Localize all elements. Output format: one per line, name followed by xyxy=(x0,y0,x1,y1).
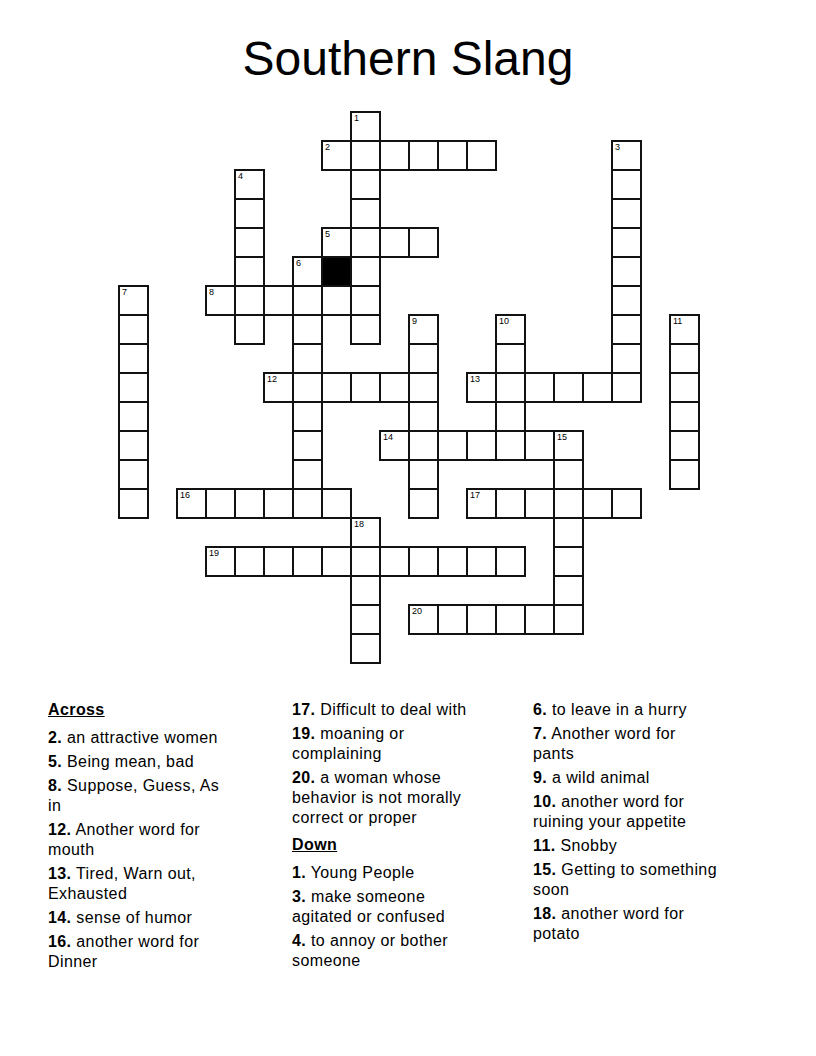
grid-cell-r6c3[interactable]: 8 xyxy=(205,285,236,316)
cell-number-18: 18 xyxy=(354,519,364,530)
grid-cell-r9c13[interactable] xyxy=(495,372,526,403)
cell-number-10: 10 xyxy=(499,316,509,327)
cell-number-9: 9 xyxy=(412,316,417,327)
clue-text: Tired, Warn out, Exhausted xyxy=(48,865,196,902)
clue-number-label: 13. xyxy=(48,865,71,882)
clue-number-label: 17. xyxy=(292,701,315,718)
grid-cell-r10c0[interactable] xyxy=(118,401,149,432)
clue-number-label: 6. xyxy=(533,701,547,718)
grid-cell-r17c11[interactable] xyxy=(437,604,468,635)
clue-number-label: 3. xyxy=(292,888,306,905)
grid-cell-r0c8[interactable]: 1 xyxy=(350,111,381,142)
grid-cell-r7c8[interactable] xyxy=(350,314,381,345)
grid-cell-r7c0[interactable] xyxy=(118,314,149,345)
grid-cell-r15c3[interactable]: 19 xyxy=(205,546,236,577)
clue-text: another word for Dinner xyxy=(48,933,199,970)
grid-cell-r18c8[interactable] xyxy=(350,633,381,664)
grid-cell-r11c9[interactable]: 14 xyxy=(379,430,410,461)
grid-cell-r13c6[interactable] xyxy=(292,488,323,519)
clue-text: another word for potato xyxy=(533,905,684,942)
grid-cell-r1c12[interactable] xyxy=(466,140,497,171)
clue-down-10: 10. another word for ruining your appeti… xyxy=(533,792,791,832)
clue-text: another word for ruining your appetite xyxy=(533,793,686,830)
clue-across-16: 16. another word for Dinner xyxy=(48,932,284,972)
grid-cell-r11c11[interactable] xyxy=(437,430,468,461)
grid-cell-r4c4[interactable] xyxy=(234,227,265,258)
grid-cell-r11c12[interactable] xyxy=(466,430,497,461)
grid-cell-r7c4[interactable] xyxy=(234,314,265,345)
clue-down-11: 11. Snobby xyxy=(533,836,791,856)
clue-text: Snobby xyxy=(560,837,617,854)
grid-cell-r9c16[interactable] xyxy=(582,372,613,403)
grid-cell-r16c8[interactable] xyxy=(350,575,381,606)
grid-cell-r4c7[interactable]: 5 xyxy=(321,227,352,258)
cell-number-19: 19 xyxy=(209,548,219,559)
clue-down-1: 1. Young People xyxy=(292,863,528,883)
clue-column-middle: 17. Difficult to deal with19. moaning or… xyxy=(292,700,528,975)
grid-cell-r14c8[interactable]: 18 xyxy=(350,517,381,548)
grid-cell-r9c0[interactable] xyxy=(118,372,149,403)
grid-cell-r17c13[interactable] xyxy=(495,604,526,635)
grid-cell-r8c17[interactable] xyxy=(611,343,642,374)
grid-cell-r7c6[interactable] xyxy=(292,314,323,345)
grid-cell-r15c12[interactable] xyxy=(466,546,497,577)
clue-text: to annoy or bother someone xyxy=(292,932,448,969)
grid-cell-r11c6[interactable] xyxy=(292,430,323,461)
grid-cell-r5c8[interactable] xyxy=(350,256,381,287)
clue-across-13: 13. Tired, Warn out, Exhausted xyxy=(48,864,284,904)
grid-cell-r12c15[interactable] xyxy=(553,459,584,490)
grid-cell-r5c17[interactable] xyxy=(611,256,642,287)
grid-cell-r6c6[interactable] xyxy=(292,285,323,316)
grid-cell-r9c10[interactable] xyxy=(408,372,439,403)
grid-cell-r9c9[interactable] xyxy=(379,372,410,403)
clue-text: Difficult to deal with xyxy=(320,701,466,718)
clue-across-14: 14. sense of humor xyxy=(48,908,284,928)
cell-number-17: 17 xyxy=(470,490,480,501)
clue-number-label: 15. xyxy=(533,861,556,878)
clue-number-label: 4. xyxy=(292,932,306,949)
clue-number-label: 16. xyxy=(48,933,71,950)
grid-cell-r17c14[interactable] xyxy=(524,604,555,635)
grid-cell-r2c8[interactable] xyxy=(350,169,381,200)
cell-number-7: 7 xyxy=(122,287,127,298)
clue-down-4: 4. to annoy or bother someone xyxy=(292,931,528,971)
grid-cell-r9c5[interactable]: 12 xyxy=(263,372,294,403)
clue-text: Young People xyxy=(311,864,415,881)
grid-cell-r13c10[interactable] xyxy=(408,488,439,519)
grid-cell-r5c6[interactable]: 6 xyxy=(292,256,323,287)
grid-cell-r1c11[interactable] xyxy=(437,140,468,171)
grid-cell-r5c4[interactable] xyxy=(234,256,265,287)
cell-number-8: 8 xyxy=(209,287,214,298)
grid-cell-r7c17[interactable] xyxy=(611,314,642,345)
clue-text: Getting to something soon xyxy=(533,861,717,898)
grid-cell-r16c15[interactable] xyxy=(553,575,584,606)
clue-number-label: 14. xyxy=(48,909,71,926)
blocked-cell-r5c7 xyxy=(321,256,352,287)
grid-cell-r9c14[interactable] xyxy=(524,372,555,403)
grid-cell-r11c10[interactable] xyxy=(408,430,439,461)
cell-number-1: 1 xyxy=(354,113,359,124)
cell-number-13: 13 xyxy=(470,374,480,385)
grid-cell-r12c10[interactable] xyxy=(408,459,439,490)
grid-cell-r3c8[interactable] xyxy=(350,198,381,229)
grid-cell-r1c10[interactable] xyxy=(408,140,439,171)
grid-cell-r11c14[interactable] xyxy=(524,430,555,461)
grid-cell-r15c10[interactable] xyxy=(408,546,439,577)
clue-across-8: 8. Suppose, Guess, As in xyxy=(48,776,284,816)
clue-number-label: 10. xyxy=(533,793,556,810)
grid-cell-r15c13[interactable] xyxy=(495,546,526,577)
clue-text: Suppose, Guess, As in xyxy=(48,777,219,814)
clue-text: sense of humor xyxy=(76,909,192,926)
clue-down-15: 15. Getting to something soon xyxy=(533,860,791,900)
clue-text: to leave in a hurry xyxy=(552,701,687,718)
clue-down-18: 18. another word for potato xyxy=(533,904,791,944)
clue-text: make someone agitated or confused xyxy=(292,888,445,925)
clue-number-label: 19. xyxy=(292,725,315,742)
cell-number-15: 15 xyxy=(557,432,567,443)
clue-across-20: 20. a woman whose behavior is not morall… xyxy=(292,768,528,828)
crossword-grid: 1234567891011121314151617181920 xyxy=(118,111,700,664)
grid-cell-r11c13[interactable] xyxy=(495,430,526,461)
clue-down-7: 7. Another word for pants xyxy=(533,724,791,764)
grid-cell-r9c15[interactable] xyxy=(553,372,584,403)
grid-cell-r13c13[interactable] xyxy=(495,488,526,519)
grid-cell-r10c19[interactable] xyxy=(669,401,700,432)
clue-number-label: 7. xyxy=(533,725,547,742)
grid-cell-r6c0[interactable]: 7 xyxy=(118,285,149,316)
clue-text: Another word for mouth xyxy=(48,821,200,858)
grid-cell-r15c9[interactable] xyxy=(379,546,410,577)
clue-across-12: 12. Another word for mouth xyxy=(48,820,284,860)
grid-cell-r4c10[interactable] xyxy=(408,227,439,258)
grid-cell-r2c4[interactable]: 4 xyxy=(234,169,265,200)
grid-cell-r3c17[interactable] xyxy=(611,198,642,229)
clue-number-label: 20. xyxy=(292,769,315,786)
clue-column-left: Across2. an attractive women5. Being mea… xyxy=(48,700,284,976)
clue-text: a wild animal xyxy=(552,769,650,786)
grid-cell-r6c7[interactable] xyxy=(321,285,352,316)
clue-across-2: 2. an attractive women xyxy=(48,728,284,748)
grid-cell-r7c10[interactable]: 9 xyxy=(408,314,439,345)
grid-cell-r4c8[interactable] xyxy=(350,227,381,258)
clue-text: a woman whose behavior is not morally co… xyxy=(292,769,461,826)
down-header: Down xyxy=(292,835,528,855)
grid-cell-r13c2[interactable]: 16 xyxy=(176,488,207,519)
grid-cell-r11c0[interactable] xyxy=(118,430,149,461)
grid-cell-r15c11[interactable] xyxy=(437,546,468,577)
grid-cell-r15c15[interactable] xyxy=(553,546,584,577)
clue-number-label: 8. xyxy=(48,777,62,794)
grid-cell-r9c6[interactable] xyxy=(292,372,323,403)
clue-text: Being mean, bad xyxy=(67,753,194,770)
grid-cell-r13c17[interactable] xyxy=(611,488,642,519)
grid-cell-r12c19[interactable] xyxy=(669,459,700,490)
grid-cell-r7c13[interactable]: 10 xyxy=(495,314,526,345)
grid-cell-r12c0[interactable] xyxy=(118,459,149,490)
cell-number-16: 16 xyxy=(180,490,190,501)
grid-cell-r10c13[interactable] xyxy=(495,401,526,432)
grid-cell-r13c16[interactable] xyxy=(582,488,613,519)
across-header: Across xyxy=(48,700,284,720)
clue-number-label: 1. xyxy=(292,864,306,881)
grid-cell-r11c19[interactable] xyxy=(669,430,700,461)
puzzle-title: Southern Slang xyxy=(0,30,816,88)
grid-cell-r12c6[interactable] xyxy=(292,459,323,490)
cell-number-2: 2 xyxy=(325,142,330,153)
grid-cell-r11c15[interactable]: 15 xyxy=(553,430,584,461)
grid-cell-r8c13[interactable] xyxy=(495,343,526,374)
grid-cell-r13c12[interactable]: 17 xyxy=(466,488,497,519)
grid-cell-r6c8[interactable] xyxy=(350,285,381,316)
grid-cell-r13c14[interactable] xyxy=(524,488,555,519)
grid-cell-r8c6[interactable] xyxy=(292,343,323,374)
clue-number-label: 5. xyxy=(48,753,62,770)
grid-cell-r13c0[interactable] xyxy=(118,488,149,519)
grid-cell-r15c6[interactable] xyxy=(292,546,323,577)
clue-down-6: 6. to leave in a hurry xyxy=(533,700,791,720)
grid-cell-r13c3[interactable] xyxy=(205,488,236,519)
grid-cell-r17c10[interactable]: 20 xyxy=(408,604,439,635)
grid-cell-r4c17[interactable] xyxy=(611,227,642,258)
clue-number-label: 2. xyxy=(48,729,62,746)
grid-cell-r13c15[interactable] xyxy=(553,488,584,519)
cell-number-6: 6 xyxy=(296,258,301,269)
grid-cell-r2c17[interactable] xyxy=(611,169,642,200)
grid-cell-r6c4[interactable] xyxy=(234,285,265,316)
clue-number-label: 18. xyxy=(533,905,556,922)
clue-down-9: 9. a wild animal xyxy=(533,768,791,788)
grid-cell-r10c10[interactable] xyxy=(408,401,439,432)
clue-number-label: 11. xyxy=(533,837,556,854)
cell-number-12: 12 xyxy=(267,374,277,385)
cell-number-20: 20 xyxy=(412,606,422,617)
clue-column-right: 6. to leave in a hurry7. Another word fo… xyxy=(533,700,791,948)
clue-number-label: 9. xyxy=(533,769,547,786)
grid-cell-r13c5[interactable] xyxy=(263,488,294,519)
cell-number-14: 14 xyxy=(383,432,393,443)
grid-cell-r1c8[interactable] xyxy=(350,140,381,171)
cell-number-11: 11 xyxy=(673,316,682,327)
grid-cell-r1c7[interactable]: 2 xyxy=(321,140,352,171)
worksheet-page: Southern Slang 1234567891011121314151617… xyxy=(0,0,816,1056)
clue-down-3: 3. make someone agitated or confused xyxy=(292,887,528,927)
grid-cell-r17c15[interactable] xyxy=(553,604,584,635)
grid-cell-r14c15[interactable] xyxy=(553,517,584,548)
grid-cell-r7c19[interactable]: 11 xyxy=(669,314,700,345)
grid-cell-r9c7[interactable] xyxy=(321,372,352,403)
grid-cell-r8c10[interactable] xyxy=(408,343,439,374)
clue-text: Another word for pants xyxy=(533,725,676,762)
grid-cell-r17c8[interactable] xyxy=(350,604,381,635)
clue-across-5: 5. Being mean, bad xyxy=(48,752,284,772)
cell-number-4: 4 xyxy=(238,171,243,182)
grid-cell-r1c17[interactable]: 3 xyxy=(611,140,642,171)
grid-cell-r15c8[interactable] xyxy=(350,546,381,577)
grid-cell-r9c17[interactable] xyxy=(611,372,642,403)
grid-cell-r9c12[interactable]: 13 xyxy=(466,372,497,403)
grid-cell-r4c9[interactable] xyxy=(379,227,410,258)
grid-cell-r6c17[interactable] xyxy=(611,285,642,316)
clue-across-17: 17. Difficult to deal with xyxy=(292,700,528,720)
cell-number-5: 5 xyxy=(325,229,330,240)
grid-cell-r15c7[interactable] xyxy=(321,546,352,577)
grid-cell-r15c5[interactable] xyxy=(263,546,294,577)
grid-cell-r13c7[interactable] xyxy=(321,488,352,519)
grid-cell-r13c4[interactable] xyxy=(234,488,265,519)
clue-across-19: 19. moaning or complaining xyxy=(292,724,528,764)
grid-cell-r17c12[interactable] xyxy=(466,604,497,635)
clue-number-label: 12. xyxy=(48,821,71,838)
cell-number-3: 3 xyxy=(615,142,620,153)
grid-cell-r9c8[interactable] xyxy=(350,372,381,403)
grid-cell-r1c9[interactable] xyxy=(379,140,410,171)
grid-cell-r10c6[interactable] xyxy=(292,401,323,432)
grid-cell-r8c19[interactable] xyxy=(669,343,700,374)
grid-cell-r8c0[interactable] xyxy=(118,343,149,374)
clue-text: an attractive women xyxy=(67,729,218,746)
grid-cell-r3c4[interactable] xyxy=(234,198,265,229)
grid-cell-r6c5[interactable] xyxy=(263,285,294,316)
grid-cell-r9c19[interactable] xyxy=(669,372,700,403)
grid-cell-r15c4[interactable] xyxy=(234,546,265,577)
